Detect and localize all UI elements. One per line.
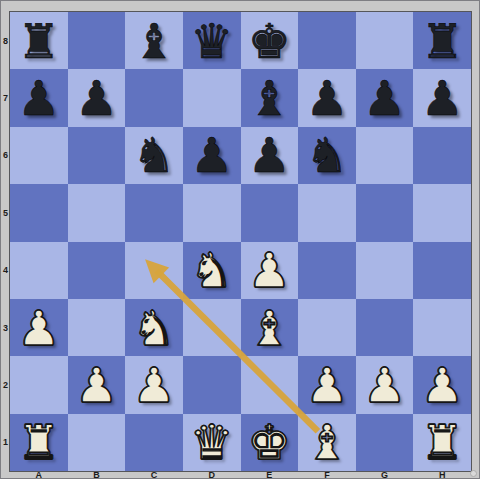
piece-black-rook[interactable]: ♜ (413, 12, 471, 69)
square-f4[interactable] (298, 242, 356, 299)
square-h7[interactable]: ♟ (413, 69, 471, 126)
square-a7[interactable]: ♟ (10, 69, 68, 126)
rank-label-7: 7 (1, 69, 10, 126)
rank-label-6: 6 (1, 127, 10, 184)
file-label-b: B (68, 471, 126, 479)
square-c8[interactable]: ♝ (125, 12, 183, 69)
piece-black-bishop[interactable]: ♝ (125, 12, 183, 69)
file-labels: ABCDEFGH (10, 471, 471, 479)
file-label-g: G (356, 471, 414, 479)
square-c3[interactable]: ♞ (125, 299, 183, 356)
piece-white-knight[interactable]: ♞ (125, 299, 183, 356)
square-g3[interactable] (356, 299, 414, 356)
square-h1[interactable]: ♜ (413, 414, 471, 471)
piece-black-pawn[interactable]: ♟ (68, 69, 126, 126)
square-a1[interactable]: ♜ (10, 414, 68, 471)
piece-white-king[interactable]: ♚ (241, 414, 299, 471)
rank-labels: 87654321 (1, 12, 10, 471)
square-e7[interactable]: ♝ (241, 69, 299, 126)
square-f2[interactable]: ♟ (298, 356, 356, 413)
file-label-a: A (10, 471, 68, 479)
square-a6[interactable] (10, 127, 68, 184)
piece-white-pawn[interactable]: ♟ (413, 356, 471, 413)
piece-black-pawn[interactable]: ♟ (298, 69, 356, 126)
square-f3[interactable] (298, 299, 356, 356)
square-e5[interactable] (241, 184, 299, 241)
piece-black-king[interactable]: ♚ (241, 12, 299, 69)
piece-white-knight[interactable]: ♞ (183, 242, 241, 299)
file-label-d: D (183, 471, 241, 479)
rank-label-4: 4 (1, 242, 10, 299)
square-e1[interactable]: ♚ (241, 414, 299, 471)
piece-white-pawn[interactable]: ♟ (68, 356, 126, 413)
square-g7[interactable]: ♟ (356, 69, 414, 126)
piece-white-pawn[interactable]: ♟ (356, 356, 414, 413)
piece-black-knight[interactable]: ♞ (125, 127, 183, 184)
piece-white-rook[interactable]: ♜ (10, 414, 68, 471)
square-e2[interactable] (241, 356, 299, 413)
square-d6[interactable]: ♟ (183, 127, 241, 184)
square-c1[interactable] (125, 414, 183, 471)
square-d1[interactable]: ♛ (183, 414, 241, 471)
square-b5[interactable] (68, 184, 126, 241)
piece-white-rook[interactable]: ♜ (413, 414, 471, 471)
square-b3[interactable] (68, 299, 126, 356)
square-h6[interactable] (413, 127, 471, 184)
rank-label-8: 8 (1, 12, 10, 69)
square-h3[interactable] (413, 299, 471, 356)
piece-black-pawn[interactable]: ♟ (183, 127, 241, 184)
piece-black-pawn[interactable]: ♟ (356, 69, 414, 126)
square-c7[interactable] (125, 69, 183, 126)
piece-black-bishop[interactable]: ♝ (241, 69, 299, 126)
piece-white-pawn[interactable]: ♟ (10, 299, 68, 356)
square-d4[interactable]: ♞ (183, 242, 241, 299)
rank-label-1: 1 (1, 414, 10, 471)
square-f8[interactable] (298, 12, 356, 69)
square-e6[interactable]: ♟ (241, 127, 299, 184)
rank-label-5: 5 (1, 184, 10, 241)
square-g8[interactable] (356, 12, 414, 69)
file-label-f: F (298, 471, 356, 479)
piece-black-queen[interactable]: ♛ (183, 12, 241, 69)
square-b8[interactable] (68, 12, 126, 69)
file-label-h: H (413, 471, 471, 479)
square-b4[interactable] (68, 242, 126, 299)
square-h4[interactable] (413, 242, 471, 299)
square-g5[interactable] (356, 184, 414, 241)
square-d2[interactable] (183, 356, 241, 413)
piece-white-bishop[interactable]: ♝ (298, 414, 356, 471)
square-a5[interactable] (10, 184, 68, 241)
chess-board[interactable]: ♜♝♛♚♜♟♟♝♟♟♟♞♟♟♞♞♟♟♞♝♟♟♟♟♟♜♛♚♝♜ (10, 12, 471, 471)
file-label-e: E (241, 471, 299, 479)
square-a2[interactable] (10, 356, 68, 413)
piece-black-pawn[interactable]: ♟ (413, 69, 471, 126)
square-a4[interactable] (10, 242, 68, 299)
square-g6[interactable] (356, 127, 414, 184)
square-g1[interactable] (356, 414, 414, 471)
square-h5[interactable] (413, 184, 471, 241)
square-e8[interactable]: ♚ (241, 12, 299, 69)
square-d8[interactable]: ♛ (183, 12, 241, 69)
piece-white-pawn[interactable]: ♟ (241, 242, 299, 299)
piece-black-knight[interactable]: ♞ (298, 127, 356, 184)
square-f6[interactable]: ♞ (298, 127, 356, 184)
square-f5[interactable] (298, 184, 356, 241)
square-g4[interactable] (356, 242, 414, 299)
resize-grip[interactable] (470, 470, 477, 477)
piece-white-pawn[interactable]: ♟ (298, 356, 356, 413)
square-c2[interactable]: ♟ (125, 356, 183, 413)
piece-black-rook[interactable]: ♜ (10, 12, 68, 69)
square-b7[interactable]: ♟ (68, 69, 126, 126)
square-b2[interactable]: ♟ (68, 356, 126, 413)
piece-black-pawn[interactable]: ♟ (241, 127, 299, 184)
square-d7[interactable] (183, 69, 241, 126)
square-b1[interactable] (68, 414, 126, 471)
square-c4[interactable] (125, 242, 183, 299)
piece-white-pawn[interactable]: ♟ (125, 356, 183, 413)
square-a3[interactable]: ♟ (10, 299, 68, 356)
square-f1[interactable]: ♝ (298, 414, 356, 471)
square-f7[interactable]: ♟ (298, 69, 356, 126)
piece-white-bishop[interactable]: ♝ (241, 299, 299, 356)
square-a8[interactable]: ♜ (10, 12, 68, 69)
file-label-c: C (125, 471, 183, 479)
square-b6[interactable] (68, 127, 126, 184)
piece-black-pawn[interactable]: ♟ (10, 69, 68, 126)
chessboard-window: 87654321 ♜♝♛♚♜♟♟♝♟♟♟♞♟♟♞♞♟♟♞♝♟♟♟♟♟♜♛♚♝♜ … (0, 0, 480, 479)
square-e4[interactable]: ♟ (241, 242, 299, 299)
square-d3[interactable] (183, 299, 241, 356)
square-e3[interactable]: ♝ (241, 299, 299, 356)
square-d5[interactable] (183, 184, 241, 241)
square-c6[interactable]: ♞ (125, 127, 183, 184)
piece-white-queen[interactable]: ♛ (183, 414, 241, 471)
square-c5[interactable] (125, 184, 183, 241)
rank-label-3: 3 (1, 299, 10, 356)
square-g2[interactable]: ♟ (356, 356, 414, 413)
square-h2[interactable]: ♟ (413, 356, 471, 413)
square-h8[interactable]: ♜ (413, 12, 471, 69)
rank-label-2: 2 (1, 356, 10, 413)
